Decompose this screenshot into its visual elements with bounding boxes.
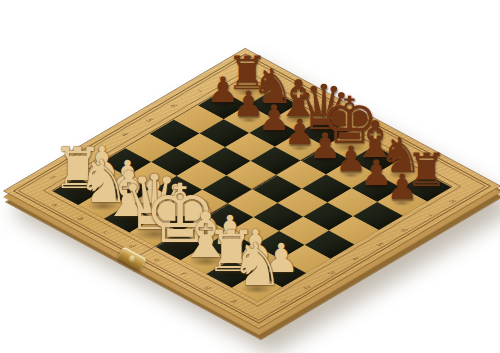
black-pawn-h7: ♟ <box>386 170 417 205</box>
product-photo-stage: abcdefgh8877665544332211 ♜♞♝♛♚♝♞♜♟♟♟♟♟♟♟… <box>0 0 500 353</box>
white-knight-h1: ♞ <box>230 235 283 294</box>
pieces-layer: ♜♞♝♛♚♝♞♜♟♟♟♟♟♟♟♟♟♟♟♟♟♟♟♟♜♞♝♛♚♝♜♞ <box>0 0 500 353</box>
